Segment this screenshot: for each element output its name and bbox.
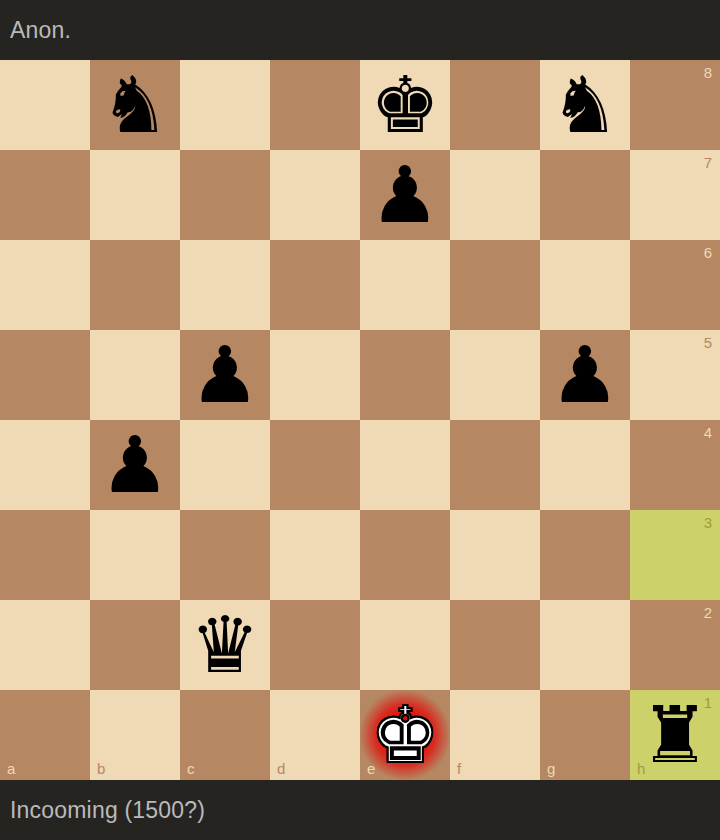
square-a4[interactable]	[0, 420, 90, 510]
square-h1[interactable]: ♜h1	[630, 690, 720, 780]
square-g5[interactable]: ♟	[540, 330, 630, 420]
square-c3[interactable]	[180, 510, 270, 600]
square-b8[interactable]: ♞	[90, 60, 180, 150]
file-label-a: a	[7, 760, 15, 777]
square-d8[interactable]	[270, 60, 360, 150]
file-label-c: c	[187, 760, 195, 777]
square-f3[interactable]	[450, 510, 540, 600]
square-c8[interactable]	[180, 60, 270, 150]
square-d3[interactable]	[270, 510, 360, 600]
bottom-player-name: Incooming (1500?)	[10, 797, 205, 824]
square-f5[interactable]	[450, 330, 540, 420]
square-h4[interactable]: 4	[630, 420, 720, 510]
square-g3[interactable]	[540, 510, 630, 600]
square-h7[interactable]: 7	[630, 150, 720, 240]
square-b5[interactable]	[90, 330, 180, 420]
rank-label-8: 8	[704, 64, 712, 81]
black-pawn[interactable]: ♟	[180, 330, 270, 420]
rank-label-4: 4	[704, 424, 712, 441]
square-e6[interactable]	[360, 240, 450, 330]
file-label-b: b	[97, 760, 105, 777]
square-b4[interactable]: ♟	[90, 420, 180, 510]
square-e8[interactable]: ♚	[360, 60, 450, 150]
square-g4[interactable]	[540, 420, 630, 510]
rank-label-3: 3	[704, 514, 712, 531]
rank-label-7: 7	[704, 154, 712, 171]
square-b2[interactable]	[90, 600, 180, 690]
rank-label-6: 6	[704, 244, 712, 261]
square-c7[interactable]	[180, 150, 270, 240]
black-knight[interactable]: ♞	[90, 60, 180, 150]
square-e5[interactable]	[360, 330, 450, 420]
top-player-name: Anon.	[10, 17, 71, 44]
black-king[interactable]: ♚	[360, 60, 450, 150]
square-f4[interactable]	[450, 420, 540, 510]
black-pawn[interactable]: ♟	[90, 420, 180, 510]
square-d6[interactable]	[270, 240, 360, 330]
square-d7[interactable]	[270, 150, 360, 240]
square-h2[interactable]: 2	[630, 600, 720, 690]
top-player-bar: Anon.	[0, 0, 720, 60]
rank-label-5: 5	[704, 334, 712, 351]
square-b1[interactable]: b	[90, 690, 180, 780]
square-h6[interactable]: 6	[630, 240, 720, 330]
square-a3[interactable]	[0, 510, 90, 600]
file-label-g: g	[547, 760, 555, 777]
square-a5[interactable]	[0, 330, 90, 420]
square-a6[interactable]	[0, 240, 90, 330]
file-label-d: d	[277, 760, 285, 777]
square-f7[interactable]	[450, 150, 540, 240]
square-f8[interactable]	[450, 60, 540, 150]
square-d5[interactable]	[270, 330, 360, 420]
square-f6[interactable]	[450, 240, 540, 330]
square-c4[interactable]	[180, 420, 270, 510]
file-label-f: f	[457, 760, 461, 777]
square-g1[interactable]: g	[540, 690, 630, 780]
square-h8[interactable]: 8	[630, 60, 720, 150]
square-d2[interactable]	[270, 600, 360, 690]
square-e2[interactable]	[360, 600, 450, 690]
square-h3[interactable]: 3	[630, 510, 720, 600]
black-pawn[interactable]: ♟	[360, 150, 450, 240]
rank-label-1: 1	[704, 694, 712, 711]
chess-board[interactable]: ♞♚♞8♟76♟♟5♟43♛2abcd♚efg♜h1	[0, 60, 720, 780]
square-e7[interactable]: ♟	[360, 150, 450, 240]
square-f1[interactable]: f	[450, 690, 540, 780]
square-e3[interactable]	[360, 510, 450, 600]
square-a7[interactable]	[0, 150, 90, 240]
square-g2[interactable]	[540, 600, 630, 690]
square-c2[interactable]: ♛	[180, 600, 270, 690]
square-g8[interactable]: ♞	[540, 60, 630, 150]
square-c6[interactable]	[180, 240, 270, 330]
square-a2[interactable]	[0, 600, 90, 690]
black-pawn[interactable]: ♟	[540, 330, 630, 420]
square-d4[interactable]	[270, 420, 360, 510]
square-h5[interactable]: 5	[630, 330, 720, 420]
black-queen[interactable]: ♛	[180, 600, 270, 690]
square-c5[interactable]: ♟	[180, 330, 270, 420]
square-g7[interactable]	[540, 150, 630, 240]
file-label-h: h	[637, 760, 645, 777]
square-f2[interactable]	[450, 600, 540, 690]
square-b3[interactable]	[90, 510, 180, 600]
square-g6[interactable]	[540, 240, 630, 330]
square-e4[interactable]	[360, 420, 450, 510]
square-d1[interactable]: d	[270, 690, 360, 780]
rank-label-2: 2	[704, 604, 712, 621]
square-a8[interactable]	[0, 60, 90, 150]
square-c1[interactable]: c	[180, 690, 270, 780]
square-e1[interactable]: ♚e	[360, 690, 450, 780]
square-b6[interactable]	[90, 240, 180, 330]
bottom-player-bar: Incooming (1500?)	[0, 780, 720, 840]
square-a1[interactable]: a	[0, 690, 90, 780]
black-knight[interactable]: ♞	[540, 60, 630, 150]
square-b7[interactable]	[90, 150, 180, 240]
file-label-e: e	[367, 760, 375, 777]
